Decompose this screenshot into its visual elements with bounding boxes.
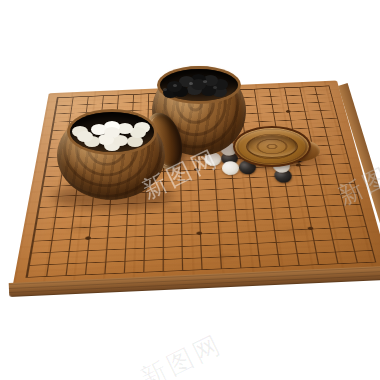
bowl-lid-plate xyxy=(233,126,311,167)
go-product-photo: 新图网 新图网 新图网 xyxy=(0,0,380,380)
black-stones-in-bowl xyxy=(191,79,206,90)
white-bowl-opening xyxy=(70,112,154,152)
black-stones-highlights xyxy=(189,82,193,85)
white-stones-bowl xyxy=(57,111,165,200)
black-bowl-opening xyxy=(160,69,238,101)
lid-plate-recess xyxy=(246,135,298,158)
white-stones-in-bowl xyxy=(104,127,120,138)
